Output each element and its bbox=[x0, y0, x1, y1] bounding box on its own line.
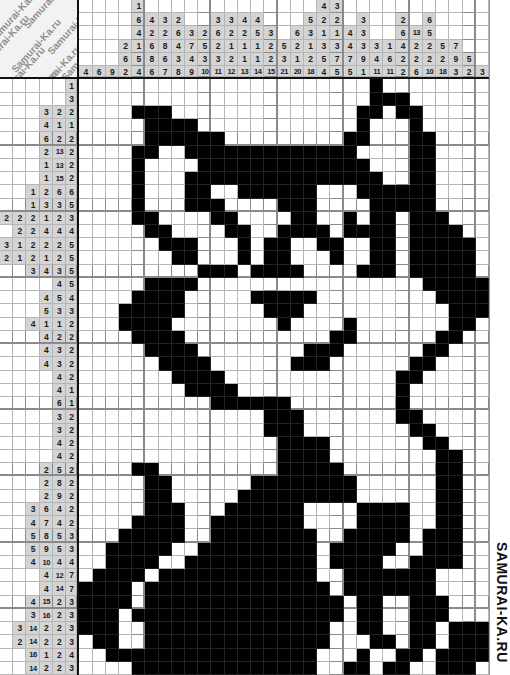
grid-cell[interactable] bbox=[225, 146, 238, 159]
grid-cell[interactable] bbox=[278, 357, 291, 370]
grid-cell[interactable] bbox=[132, 119, 145, 132]
grid-cell[interactable] bbox=[225, 172, 238, 185]
grid-cell[interactable] bbox=[330, 199, 343, 212]
grid-cell[interactable] bbox=[132, 185, 145, 198]
grid-cell[interactable] bbox=[264, 384, 277, 397]
grid-cell[interactable] bbox=[93, 503, 106, 516]
grid-cell[interactable] bbox=[211, 238, 224, 251]
grid-cell[interactable] bbox=[278, 437, 291, 450]
grid-cell[interactable] bbox=[172, 463, 185, 476]
grid-cell[interactable] bbox=[159, 331, 172, 344]
grid-cell[interactable] bbox=[436, 437, 449, 450]
grid-cell[interactable] bbox=[278, 172, 291, 185]
grid-cell[interactable] bbox=[370, 146, 383, 159]
grid-cell[interactable] bbox=[476, 463, 489, 476]
grid-cell[interactable] bbox=[291, 463, 304, 476]
grid-cell[interactable] bbox=[449, 291, 462, 304]
grid-cell[interactable] bbox=[344, 132, 357, 145]
grid-cell[interactable] bbox=[119, 344, 132, 357]
grid-cell[interactable] bbox=[476, 529, 489, 542]
grid-cell[interactable] bbox=[93, 424, 106, 437]
grid-cell[interactable] bbox=[211, 225, 224, 238]
grid-cell[interactable] bbox=[396, 331, 409, 344]
grid-cell[interactable] bbox=[238, 238, 251, 251]
grid-cell[interactable] bbox=[79, 132, 92, 145]
grid-cell[interactable] bbox=[185, 582, 198, 595]
grid-cell[interactable] bbox=[436, 106, 449, 119]
grid-cell[interactable] bbox=[396, 582, 409, 595]
grid-cell[interactable] bbox=[211, 172, 224, 185]
grid-cell[interactable] bbox=[159, 397, 172, 410]
grid-cell[interactable] bbox=[383, 463, 396, 476]
grid-cell[interactable] bbox=[198, 635, 211, 648]
grid-cell[interactable] bbox=[396, 318, 409, 331]
grid-cell[interactable] bbox=[198, 79, 211, 92]
grid-cell[interactable] bbox=[145, 212, 158, 225]
grid-cell[interactable] bbox=[238, 199, 251, 212]
grid-cell[interactable] bbox=[476, 331, 489, 344]
grid-cell[interactable] bbox=[106, 304, 119, 317]
grid-cell[interactable] bbox=[436, 304, 449, 317]
grid-cell[interactable] bbox=[132, 225, 145, 238]
grid-cell[interactable] bbox=[159, 172, 172, 185]
grid-cell[interactable] bbox=[317, 159, 330, 172]
grid-cell[interactable] bbox=[238, 132, 251, 145]
grid-cell[interactable] bbox=[251, 463, 264, 476]
grid-cell[interactable] bbox=[251, 450, 264, 463]
grid-cell[interactable] bbox=[476, 79, 489, 92]
grid-cell[interactable] bbox=[396, 609, 409, 622]
grid-cell[interactable] bbox=[291, 609, 304, 622]
grid-cell[interactable] bbox=[278, 662, 291, 675]
grid-cell[interactable] bbox=[304, 582, 317, 595]
grid-cell[interactable] bbox=[198, 146, 211, 159]
grid-cell[interactable] bbox=[357, 331, 370, 344]
grid-cell[interactable] bbox=[278, 371, 291, 384]
grid-cell[interactable] bbox=[383, 106, 396, 119]
grid-cell[interactable] bbox=[383, 357, 396, 370]
grid-cell[interactable] bbox=[172, 318, 185, 331]
grid-cell[interactable] bbox=[370, 251, 383, 264]
grid-cell[interactable] bbox=[436, 371, 449, 384]
grid-cell[interactable] bbox=[383, 331, 396, 344]
grid-cell[interactable] bbox=[159, 291, 172, 304]
grid-cell[interactable] bbox=[119, 476, 132, 489]
grid-cell[interactable] bbox=[410, 278, 423, 291]
grid-cell[interactable] bbox=[93, 450, 106, 463]
grid-cell[interactable] bbox=[185, 304, 198, 317]
grid-cell[interactable] bbox=[357, 635, 370, 648]
grid-cell[interactable] bbox=[106, 490, 119, 503]
grid-cell[interactable] bbox=[79, 93, 92, 106]
grid-cell[interactable] bbox=[278, 397, 291, 410]
grid-cell[interactable] bbox=[238, 424, 251, 437]
grid-cell[interactable] bbox=[383, 185, 396, 198]
grid-cell[interactable] bbox=[291, 569, 304, 582]
grid-cell[interactable] bbox=[383, 291, 396, 304]
grid-cell[interactable] bbox=[449, 410, 462, 423]
grid-cell[interactable] bbox=[344, 318, 357, 331]
grid-cell[interactable] bbox=[317, 476, 330, 489]
grid-cell[interactable] bbox=[238, 357, 251, 370]
grid-cell[interactable] bbox=[132, 476, 145, 489]
grid-cell[interactable] bbox=[225, 199, 238, 212]
grid-cell[interactable] bbox=[344, 476, 357, 489]
grid-cell[interactable] bbox=[410, 172, 423, 185]
grid-cell[interactable] bbox=[106, 357, 119, 370]
grid-cell[interactable] bbox=[225, 384, 238, 397]
grid-cell[interactable] bbox=[172, 278, 185, 291]
grid-cell[interactable] bbox=[225, 318, 238, 331]
grid-cell[interactable] bbox=[198, 119, 211, 132]
grid-cell[interactable] bbox=[330, 529, 343, 542]
grid-cell[interactable] bbox=[106, 609, 119, 622]
grid-cell[interactable] bbox=[198, 265, 211, 278]
grid-cell[interactable] bbox=[79, 609, 92, 622]
grid-cell[interactable] bbox=[370, 344, 383, 357]
grid-cell[interactable] bbox=[198, 569, 211, 582]
grid-cell[interactable] bbox=[317, 93, 330, 106]
grid-cell[interactable] bbox=[410, 212, 423, 225]
grid-cell[interactable] bbox=[383, 490, 396, 503]
grid-cell[interactable] bbox=[79, 582, 92, 595]
grid-cell[interactable] bbox=[344, 331, 357, 344]
grid-cell[interactable] bbox=[317, 622, 330, 635]
grid-cell[interactable] bbox=[264, 622, 277, 635]
grid-cell[interactable] bbox=[79, 357, 92, 370]
grid-cell[interactable] bbox=[317, 318, 330, 331]
grid-cell[interactable] bbox=[357, 199, 370, 212]
grid-cell[interactable] bbox=[370, 357, 383, 370]
grid-cell[interactable] bbox=[330, 397, 343, 410]
grid-cell[interactable] bbox=[370, 278, 383, 291]
grid-cell[interactable] bbox=[344, 503, 357, 516]
grid-cell[interactable] bbox=[370, 622, 383, 635]
grid-cell[interactable] bbox=[198, 132, 211, 145]
grid-cell[interactable] bbox=[396, 649, 409, 662]
grid-cell[interactable] bbox=[357, 318, 370, 331]
grid-cell[interactable] bbox=[330, 556, 343, 569]
grid-cell[interactable] bbox=[304, 476, 317, 489]
grid-cell[interactable] bbox=[185, 172, 198, 185]
grid-cell[interactable] bbox=[238, 450, 251, 463]
grid-cell[interactable] bbox=[423, 609, 436, 622]
grid-cell[interactable] bbox=[132, 437, 145, 450]
grid-cell[interactable] bbox=[436, 93, 449, 106]
grid-cell[interactable] bbox=[304, 424, 317, 437]
grid-cell[interactable] bbox=[383, 146, 396, 159]
grid-cell[interactable] bbox=[449, 225, 462, 238]
grid-cell[interactable] bbox=[344, 543, 357, 556]
grid-cell[interactable] bbox=[238, 185, 251, 198]
grid-cell[interactable] bbox=[238, 265, 251, 278]
grid-cell[interactable] bbox=[106, 146, 119, 159]
grid-cell[interactable] bbox=[423, 265, 436, 278]
grid-cell[interactable] bbox=[291, 225, 304, 238]
grid-cell[interactable] bbox=[330, 106, 343, 119]
grid-cell[interactable] bbox=[344, 93, 357, 106]
grid-cell[interactable] bbox=[211, 397, 224, 410]
grid-cell[interactable] bbox=[463, 331, 476, 344]
grid-cell[interactable] bbox=[423, 463, 436, 476]
grid-cell[interactable] bbox=[198, 159, 211, 172]
grid-cell[interactable] bbox=[449, 437, 462, 450]
grid-cell[interactable] bbox=[463, 503, 476, 516]
grid-cell[interactable] bbox=[410, 662, 423, 675]
grid-cell[interactable] bbox=[436, 569, 449, 582]
grid-cell[interactable] bbox=[357, 463, 370, 476]
grid-cell[interactable] bbox=[251, 265, 264, 278]
grid-cell[interactable] bbox=[317, 516, 330, 529]
grid-cell[interactable] bbox=[145, 132, 158, 145]
grid-cell[interactable] bbox=[185, 490, 198, 503]
grid-cell[interactable] bbox=[159, 596, 172, 609]
grid-cell[interactable] bbox=[396, 371, 409, 384]
grid-cell[interactable] bbox=[344, 225, 357, 238]
grid-cell[interactable] bbox=[264, 278, 277, 291]
grid-cell[interactable] bbox=[79, 556, 92, 569]
grid-cell[interactable] bbox=[317, 119, 330, 132]
grid-cell[interactable] bbox=[225, 529, 238, 542]
grid-cell[interactable] bbox=[159, 424, 172, 437]
grid-cell[interactable] bbox=[93, 543, 106, 556]
grid-cell[interactable] bbox=[145, 265, 158, 278]
grid-cell[interactable] bbox=[251, 582, 264, 595]
grid-cell[interactable] bbox=[304, 344, 317, 357]
grid-cell[interactable] bbox=[278, 543, 291, 556]
grid-cell[interactable] bbox=[211, 582, 224, 595]
grid-cell[interactable] bbox=[383, 119, 396, 132]
grid-cell[interactable] bbox=[185, 635, 198, 648]
grid-cell[interactable] bbox=[317, 543, 330, 556]
grid-cell[interactable] bbox=[264, 106, 277, 119]
grid-cell[interactable] bbox=[145, 304, 158, 317]
grid-cell[interactable] bbox=[159, 384, 172, 397]
grid-cell[interactable] bbox=[396, 662, 409, 675]
grid-cell[interactable] bbox=[476, 212, 489, 225]
grid-cell[interactable] bbox=[423, 199, 436, 212]
grid-cell[interactable] bbox=[211, 291, 224, 304]
grid-cell[interactable] bbox=[317, 357, 330, 370]
grid-cell[interactable] bbox=[79, 543, 92, 556]
grid-cell[interactable] bbox=[449, 146, 462, 159]
grid-cell[interactable] bbox=[463, 344, 476, 357]
grid-cell[interactable] bbox=[93, 437, 106, 450]
grid-cell[interactable] bbox=[383, 225, 396, 238]
grid-cell[interactable] bbox=[198, 251, 211, 264]
grid-cell[interactable] bbox=[357, 397, 370, 410]
grid-cell[interactable] bbox=[264, 344, 277, 357]
grid-cell[interactable] bbox=[251, 490, 264, 503]
grid-cell[interactable] bbox=[330, 172, 343, 185]
grid-cell[interactable] bbox=[463, 318, 476, 331]
grid-cell[interactable] bbox=[317, 132, 330, 145]
grid-cell[interactable] bbox=[159, 543, 172, 556]
grid-cell[interactable] bbox=[396, 344, 409, 357]
grid-cell[interactable] bbox=[106, 119, 119, 132]
grid-cell[interactable] bbox=[185, 291, 198, 304]
grid-cell[interactable] bbox=[383, 199, 396, 212]
grid-cell[interactable] bbox=[198, 331, 211, 344]
grid-cell[interactable] bbox=[198, 185, 211, 198]
grid-cell[interactable] bbox=[449, 93, 462, 106]
grid-cell[interactable] bbox=[198, 437, 211, 450]
grid-cell[interactable] bbox=[145, 185, 158, 198]
grid-cell[interactable] bbox=[238, 662, 251, 675]
grid-cell[interactable] bbox=[264, 238, 277, 251]
grid-cell[interactable] bbox=[304, 225, 317, 238]
grid-cell[interactable] bbox=[449, 172, 462, 185]
grid-cell[interactable] bbox=[476, 185, 489, 198]
grid-cell[interactable] bbox=[159, 569, 172, 582]
grid-cell[interactable] bbox=[357, 132, 370, 145]
grid-cell[interactable] bbox=[423, 172, 436, 185]
grid-cell[interactable] bbox=[172, 265, 185, 278]
grid-cell[interactable] bbox=[93, 132, 106, 145]
grid-cell[interactable] bbox=[463, 622, 476, 635]
grid-cell[interactable] bbox=[410, 397, 423, 410]
grid-cell[interactable] bbox=[463, 516, 476, 529]
grid-cell[interactable] bbox=[238, 569, 251, 582]
grid-cell[interactable] bbox=[330, 543, 343, 556]
grid-cell[interactable] bbox=[132, 384, 145, 397]
grid-cell[interactable] bbox=[119, 397, 132, 410]
grid-cell[interactable] bbox=[330, 225, 343, 238]
grid-cell[interactable] bbox=[317, 649, 330, 662]
grid-cell[interactable] bbox=[79, 463, 92, 476]
grid-cell[interactable] bbox=[225, 344, 238, 357]
grid-cell[interactable] bbox=[383, 265, 396, 278]
grid-cell[interactable] bbox=[410, 93, 423, 106]
grid-cell[interactable] bbox=[436, 119, 449, 132]
grid-cell[interactable] bbox=[357, 596, 370, 609]
grid-cell[interactable] bbox=[436, 344, 449, 357]
grid-cell[interactable] bbox=[317, 106, 330, 119]
grid-cell[interactable] bbox=[211, 119, 224, 132]
grid-cell[interactable] bbox=[132, 424, 145, 437]
grid-cell[interactable] bbox=[344, 410, 357, 423]
grid-cell[interactable] bbox=[264, 516, 277, 529]
grid-cell[interactable] bbox=[278, 529, 291, 542]
grid-cell[interactable] bbox=[172, 384, 185, 397]
grid-cell[interactable] bbox=[172, 503, 185, 516]
grid-cell[interactable] bbox=[79, 635, 92, 648]
grid-cell[interactable] bbox=[463, 172, 476, 185]
grid-cell[interactable] bbox=[145, 238, 158, 251]
grid-cell[interactable] bbox=[264, 304, 277, 317]
grid-cell[interactable] bbox=[251, 199, 264, 212]
grid-cell[interactable] bbox=[251, 251, 264, 264]
grid-cell[interactable] bbox=[423, 384, 436, 397]
grid-cell[interactable] bbox=[238, 384, 251, 397]
grid-cell[interactable] bbox=[145, 146, 158, 159]
grid-cell[interactable] bbox=[357, 450, 370, 463]
grid-cell[interactable] bbox=[463, 437, 476, 450]
grid-cell[interactable] bbox=[344, 635, 357, 648]
grid-cell[interactable] bbox=[423, 476, 436, 489]
grid-cell[interactable] bbox=[119, 649, 132, 662]
grid-cell[interactable] bbox=[106, 649, 119, 662]
grid-cell[interactable] bbox=[145, 476, 158, 489]
grid-cell[interactable] bbox=[463, 397, 476, 410]
grid-cell[interactable] bbox=[93, 529, 106, 542]
grid-cell[interactable] bbox=[317, 556, 330, 569]
grid-cell[interactable] bbox=[211, 146, 224, 159]
grid-cell[interactable] bbox=[370, 119, 383, 132]
grid-cell[interactable] bbox=[185, 384, 198, 397]
grid-cell[interactable] bbox=[93, 556, 106, 569]
grid-cell[interactable] bbox=[211, 450, 224, 463]
grid-cell[interactable] bbox=[185, 357, 198, 370]
grid-cell[interactable] bbox=[159, 304, 172, 317]
grid-cell[interactable] bbox=[317, 251, 330, 264]
grid-cell[interactable] bbox=[132, 278, 145, 291]
grid-cell[interactable] bbox=[159, 635, 172, 648]
grid-cell[interactable] bbox=[93, 199, 106, 212]
grid-cell[interactable] bbox=[330, 331, 343, 344]
grid-cell[interactable] bbox=[251, 649, 264, 662]
grid-cell[interactable] bbox=[198, 344, 211, 357]
grid-cell[interactable] bbox=[291, 450, 304, 463]
grid-cell[interactable] bbox=[145, 543, 158, 556]
grid-cell[interactable] bbox=[264, 397, 277, 410]
grid-cell[interactable] bbox=[185, 609, 198, 622]
grid-cell[interactable] bbox=[159, 463, 172, 476]
grid-cell[interactable] bbox=[370, 437, 383, 450]
grid-cell[interactable] bbox=[449, 503, 462, 516]
grid-cell[interactable] bbox=[330, 649, 343, 662]
grid-cell[interactable] bbox=[172, 450, 185, 463]
grid-cell[interactable] bbox=[238, 596, 251, 609]
grid-cell[interactable] bbox=[264, 649, 277, 662]
grid-cell[interactable] bbox=[251, 291, 264, 304]
grid-cell[interactable] bbox=[410, 199, 423, 212]
grid-cell[interactable] bbox=[476, 344, 489, 357]
grid-cell[interactable] bbox=[476, 119, 489, 132]
grid-cell[interactable] bbox=[106, 569, 119, 582]
grid-cell[interactable] bbox=[383, 93, 396, 106]
grid-cell[interactable] bbox=[357, 265, 370, 278]
grid-cell[interactable] bbox=[251, 635, 264, 648]
grid-cell[interactable] bbox=[463, 609, 476, 622]
grid-cell[interactable] bbox=[344, 622, 357, 635]
grid-cell[interactable] bbox=[211, 159, 224, 172]
grid-cell[interactable] bbox=[410, 132, 423, 145]
grid-cell[interactable] bbox=[93, 384, 106, 397]
grid-cell[interactable] bbox=[119, 304, 132, 317]
grid-cell[interactable] bbox=[119, 410, 132, 423]
grid-cell[interactable] bbox=[449, 635, 462, 648]
grid-cell[interactable] bbox=[330, 212, 343, 225]
grid-cell[interactable] bbox=[304, 450, 317, 463]
grid-cell[interactable] bbox=[211, 304, 224, 317]
grid-cell[interactable] bbox=[357, 159, 370, 172]
grid-cell[interactable] bbox=[106, 516, 119, 529]
grid-cell[interactable] bbox=[291, 304, 304, 317]
grid-cell[interactable] bbox=[436, 291, 449, 304]
grid-cell[interactable] bbox=[410, 265, 423, 278]
grid-cell[interactable] bbox=[344, 79, 357, 92]
grid-cell[interactable] bbox=[106, 397, 119, 410]
grid-cell[interactable] bbox=[423, 106, 436, 119]
grid-cell[interactable] bbox=[476, 437, 489, 450]
grid-cell[interactable] bbox=[185, 543, 198, 556]
grid-cell[interactable] bbox=[251, 331, 264, 344]
grid-cell[interactable] bbox=[291, 265, 304, 278]
grid-cell[interactable] bbox=[396, 185, 409, 198]
grid-cell[interactable] bbox=[119, 278, 132, 291]
grid-cell[interactable] bbox=[79, 596, 92, 609]
